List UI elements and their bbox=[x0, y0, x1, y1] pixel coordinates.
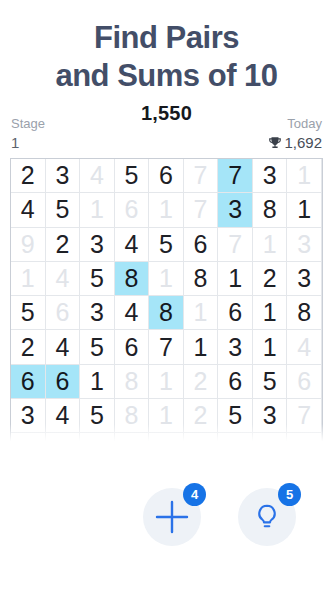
cell-r3c5[interactable]: 5 bbox=[149, 228, 184, 262]
stage-label: Stage bbox=[11, 116, 45, 131]
cell-r7c6[interactable]: 2 bbox=[184, 365, 219, 399]
cell-r8c9[interactable]: 7 bbox=[287, 399, 322, 433]
cell-r7c3[interactable]: 1 bbox=[80, 365, 115, 399]
cell-r7c2[interactable]: 6 bbox=[46, 365, 81, 399]
cell-r2c9[interactable]: 1 bbox=[287, 193, 322, 227]
cell-r8c8[interactable]: 3 bbox=[253, 399, 288, 433]
cell-r7c8[interactable]: 5 bbox=[253, 365, 288, 399]
today-value: 1,692 bbox=[284, 134, 322, 151]
cell-r9c6 bbox=[184, 433, 219, 443]
cell-r2c6[interactable]: 7 bbox=[184, 193, 219, 227]
today-label: Today bbox=[268, 116, 322, 131]
cell-r4c3[interactable]: 5 bbox=[80, 262, 115, 296]
cell-r1c9[interactable]: 1 bbox=[287, 159, 322, 193]
stage-value: 1 bbox=[11, 134, 45, 151]
cell-r6c1[interactable]: 2 bbox=[11, 330, 46, 364]
hint-count-badge: 5 bbox=[278, 483, 301, 506]
cell-r1c5[interactable]: 6 bbox=[149, 159, 184, 193]
cell-r3c9[interactable]: 3 bbox=[287, 228, 322, 262]
cell-r1c1[interactable]: 2 bbox=[11, 159, 46, 193]
cell-r8c1[interactable]: 3 bbox=[11, 399, 46, 433]
cell-r8c6[interactable]: 2 bbox=[184, 399, 219, 433]
cell-r2c4[interactable]: 6 bbox=[115, 193, 150, 227]
cell-r9c4 bbox=[115, 433, 150, 443]
cell-r6c5[interactable]: 7 bbox=[149, 330, 184, 364]
cell-r4c8[interactable]: 2 bbox=[253, 262, 288, 296]
cell-r3c7[interactable]: 7 bbox=[218, 228, 253, 262]
cell-r7c9[interactable]: 6 bbox=[287, 365, 322, 399]
cell-r4c4[interactable]: 8 bbox=[115, 262, 150, 296]
cell-r1c8[interactable]: 3 bbox=[253, 159, 288, 193]
page-title-line2: and Sums of 10 bbox=[0, 57, 333, 95]
cell-r8c4[interactable]: 8 bbox=[115, 399, 150, 433]
cell-r5c7[interactable]: 6 bbox=[218, 296, 253, 330]
cell-r1c6[interactable]: 7 bbox=[184, 159, 219, 193]
cell-r3c1[interactable]: 9 bbox=[11, 228, 46, 262]
cell-r3c4[interactable]: 4 bbox=[115, 228, 150, 262]
cell-r1c7[interactable]: 7 bbox=[218, 159, 253, 193]
cell-r2c7[interactable]: 3 bbox=[218, 193, 253, 227]
cell-r4c2[interactable]: 4 bbox=[46, 262, 81, 296]
cell-r5c1[interactable]: 5 bbox=[11, 296, 46, 330]
cell-r3c6[interactable]: 6 bbox=[184, 228, 219, 262]
stage-panel: Stage 1 bbox=[11, 116, 45, 151]
cell-r9c8 bbox=[253, 433, 288, 443]
cell-r6c8[interactable]: 1 bbox=[253, 330, 288, 364]
cell-r2c5[interactable]: 1 bbox=[149, 193, 184, 227]
trophy-icon bbox=[268, 136, 282, 150]
cell-r6c4[interactable]: 6 bbox=[115, 330, 150, 364]
cell-r2c1[interactable]: 4 bbox=[11, 193, 46, 227]
cell-r7c5[interactable]: 1 bbox=[149, 365, 184, 399]
cell-r7c1[interactable]: 6 bbox=[11, 365, 46, 399]
cell-r6c3[interactable]: 5 bbox=[80, 330, 115, 364]
cell-r7c7[interactable]: 6 bbox=[218, 365, 253, 399]
cell-r4c1[interactable]: 1 bbox=[11, 262, 46, 296]
cell-r8c7[interactable]: 5 bbox=[218, 399, 253, 433]
cell-r1c2[interactable]: 3 bbox=[46, 159, 81, 193]
cell-r3c8[interactable]: 1 bbox=[253, 228, 288, 262]
cell-r6c2[interactable]: 4 bbox=[46, 330, 81, 364]
game-board: 2345677314516173819234567131458181235634… bbox=[10, 158, 323, 443]
cell-r5c9[interactable]: 8 bbox=[287, 296, 322, 330]
today-score: 1,692 bbox=[268, 134, 322, 151]
cell-r2c8[interactable]: 8 bbox=[253, 193, 288, 227]
cell-r8c3[interactable]: 5 bbox=[80, 399, 115, 433]
page-title: Find Pairs and Sums of 10 bbox=[0, 19, 333, 95]
cell-r9c1 bbox=[11, 433, 46, 443]
cell-r5c4[interactable]: 4 bbox=[115, 296, 150, 330]
cell-r4c5[interactable]: 1 bbox=[149, 262, 184, 296]
cell-r4c7[interactable]: 1 bbox=[218, 262, 253, 296]
cell-r3c2[interactable]: 2 bbox=[46, 228, 81, 262]
app-screen: Find Pairs and Sums of 10 1,550 Stage 1 … bbox=[0, 0, 333, 592]
cell-r8c5[interactable]: 1 bbox=[149, 399, 184, 433]
hint-button[interactable]: 5 bbox=[238, 488, 296, 546]
cell-r4c9[interactable]: 3 bbox=[287, 262, 322, 296]
cell-r5c8[interactable]: 1 bbox=[253, 296, 288, 330]
cell-r2c3[interactable]: 1 bbox=[80, 193, 115, 227]
cell-r9c7 bbox=[218, 433, 253, 443]
cell-r9c2 bbox=[46, 433, 81, 443]
plus-icon bbox=[155, 500, 189, 534]
cell-r9c3 bbox=[80, 433, 115, 443]
cell-r6c7[interactable]: 3 bbox=[218, 330, 253, 364]
cell-r1c3[interactable]: 4 bbox=[80, 159, 115, 193]
cell-r7c4[interactable]: 8 bbox=[115, 365, 150, 399]
lightbulb-icon bbox=[252, 502, 282, 532]
cell-r5c5[interactable]: 8 bbox=[149, 296, 184, 330]
cell-r6c9[interactable]: 4 bbox=[287, 330, 322, 364]
cell-r5c2[interactable]: 6 bbox=[46, 296, 81, 330]
cell-r5c3[interactable]: 3 bbox=[80, 296, 115, 330]
cell-r8c2[interactable]: 4 bbox=[46, 399, 81, 433]
cell-r6c6[interactable]: 1 bbox=[184, 330, 219, 364]
cell-r9c9 bbox=[287, 433, 322, 443]
cell-r9c5 bbox=[149, 433, 184, 443]
cell-r2c2[interactable]: 5 bbox=[46, 193, 81, 227]
page-title-line1: Find Pairs bbox=[0, 19, 333, 57]
cell-r3c3[interactable]: 3 bbox=[80, 228, 115, 262]
add-numbers-button[interactable]: 4 bbox=[143, 488, 201, 546]
today-panel: Today 1,692 bbox=[268, 116, 322, 151]
add-count-badge: 4 bbox=[183, 483, 206, 506]
cell-r1c4[interactable]: 5 bbox=[115, 159, 150, 193]
cell-r5c6[interactable]: 1 bbox=[184, 296, 219, 330]
cell-r4c6[interactable]: 8 bbox=[184, 262, 219, 296]
